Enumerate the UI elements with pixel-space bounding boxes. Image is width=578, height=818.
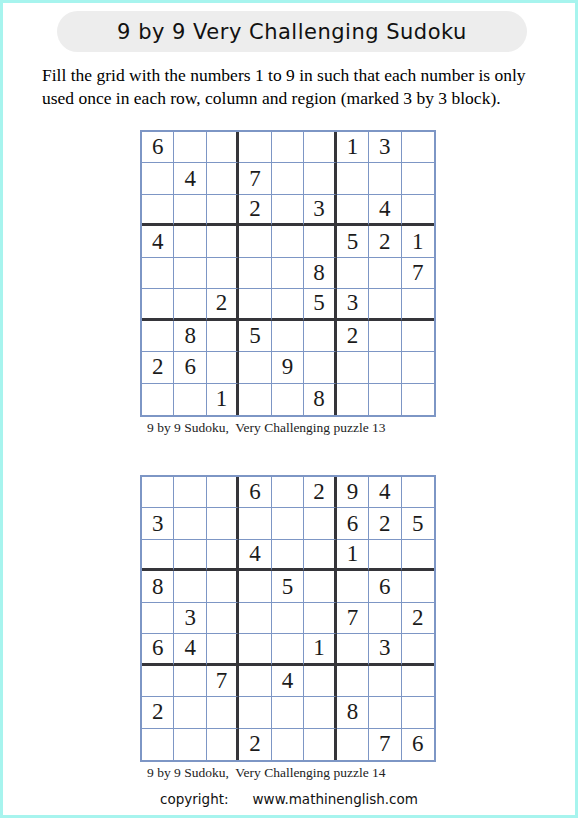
sudoku-cell-given: 1 [337, 540, 369, 571]
sudoku-cell-empty[interactable] [369, 697, 401, 728]
sudoku-cell-empty[interactable] [174, 384, 206, 415]
sudoku-cell-given: 9 [272, 352, 304, 383]
sudoku-cell-empty[interactable] [304, 571, 336, 602]
sudoku-cell-empty[interactable] [337, 666, 369, 697]
sudoku-cell-empty[interactable] [402, 289, 434, 320]
sudoku-cell-given: 5 [239, 321, 271, 352]
sudoku-cell-given: 1 [207, 384, 239, 415]
sudoku-cell-empty[interactable] [239, 634, 271, 665]
sudoku-cell-empty[interactable] [207, 258, 239, 289]
sudoku-cell-empty[interactable] [174, 697, 206, 728]
sudoku-cell-empty[interactable] [272, 540, 304, 571]
sudoku-cell-given: 6 [142, 634, 174, 665]
sudoku-cell-given: 4 [369, 477, 401, 508]
sudoku-cell-given: 2 [142, 697, 174, 728]
sudoku-cell-empty[interactable] [304, 132, 336, 163]
sudoku-cell-given: 2 [239, 195, 271, 226]
sudoku-cell-empty[interactable] [272, 226, 304, 257]
sudoku-cell-given: 2 [402, 603, 434, 634]
sudoku-cell-empty[interactable] [174, 132, 206, 163]
sudoku-cell-empty[interactable] [272, 258, 304, 289]
sudoku-cell-empty[interactable] [239, 258, 271, 289]
sudoku-cell-empty[interactable] [304, 729, 336, 760]
sudoku-cell-empty[interactable] [304, 352, 336, 383]
sudoku-cell-given: 5 [304, 289, 336, 320]
sudoku-cell-empty[interactable] [174, 258, 206, 289]
sudoku-cell-empty[interactable] [207, 508, 239, 539]
sudoku-grid-puzzle-13: 6134723445218725385226918 [140, 130, 436, 417]
instructions-line-2: used once in each row, column and region… [42, 87, 557, 110]
sudoku-cell-given: 9 [337, 477, 369, 508]
sudoku-cell-given: 6 [142, 132, 174, 163]
sudoku-cell-given: 6 [402, 729, 434, 760]
sudoku-cell-empty[interactable] [207, 603, 239, 634]
sudoku-cell-empty[interactable] [402, 352, 434, 383]
sudoku-cell-given: 6 [174, 352, 206, 383]
sudoku-cell-empty[interactable] [207, 729, 239, 760]
sudoku-cell-empty[interactable] [207, 697, 239, 728]
sudoku-cell-empty[interactable] [402, 384, 434, 415]
footer: copyright:www.mathinenglish.com [3, 791, 575, 807]
sudoku-cell-empty[interactable] [207, 195, 239, 226]
sudoku-cell-empty[interactable] [402, 321, 434, 352]
sudoku-cell-empty[interactable] [369, 289, 401, 320]
sudoku-cell-empty[interactable] [239, 697, 271, 728]
sudoku-cell-empty[interactable] [142, 195, 174, 226]
instructions-line-1: Fill the grid with the numbers 1 to 9 in… [42, 64, 557, 87]
sudoku-cell-empty[interactable] [142, 384, 174, 415]
sudoku-cell-empty[interactable] [239, 603, 271, 634]
sudoku-cell-empty[interactable] [142, 258, 174, 289]
sudoku-cell-given: 1 [304, 634, 336, 665]
site-url: www.mathinenglish.com [253, 791, 418, 807]
sudoku-cell-given: 3 [142, 508, 174, 539]
sudoku-cell-empty[interactable] [272, 289, 304, 320]
sudoku-cell-empty[interactable] [369, 603, 401, 634]
sudoku-cell-empty[interactable] [337, 729, 369, 760]
copyright-label: copyright: [160, 791, 229, 807]
sudoku-cell-empty[interactable] [402, 132, 434, 163]
sudoku-cell-given: 7 [337, 603, 369, 634]
sudoku-cell-given: 5 [337, 226, 369, 257]
sudoku-cell-empty[interactable] [304, 697, 336, 728]
sudoku-cell-empty[interactable] [337, 195, 369, 226]
sudoku-cell-empty[interactable] [272, 729, 304, 760]
sudoku-cell-given: 2 [142, 352, 174, 383]
sudoku-cell-empty[interactable] [304, 666, 336, 697]
sudoku-cell-empty[interactable] [272, 508, 304, 539]
sudoku-cell-empty[interactable] [304, 321, 336, 352]
sudoku-cell-empty[interactable] [402, 634, 434, 665]
sudoku-cell-empty[interactable] [402, 666, 434, 697]
sudoku-cell-empty[interactable] [402, 195, 434, 226]
sudoku-cell-empty[interactable] [304, 540, 336, 571]
sudoku-cell-empty[interactable] [207, 477, 239, 508]
sudoku-cell-given: 7 [239, 163, 271, 194]
sudoku-cell-given: 3 [337, 289, 369, 320]
sudoku-cell-given: 2 [337, 321, 369, 352]
sudoku-cell-given: 2 [207, 289, 239, 320]
sudoku-cell-empty[interactable] [142, 666, 174, 697]
sudoku-cell-given: 8 [337, 697, 369, 728]
sudoku-cell-given: 6 [337, 508, 369, 539]
sudoku-cell-given: 8 [142, 571, 174, 602]
sudoku-cell-empty[interactable] [207, 540, 239, 571]
sudoku-cell-empty[interactable] [272, 195, 304, 226]
sudoku-cell-empty[interactable] [272, 163, 304, 194]
sudoku-cell-empty[interactable] [142, 289, 174, 320]
sudoku-cell-empty[interactable] [174, 729, 206, 760]
sudoku-cell-empty[interactable] [272, 603, 304, 634]
sudoku-cell-given: 7 [369, 729, 401, 760]
sudoku-cell-empty[interactable] [174, 477, 206, 508]
sudoku-cell-empty[interactable] [207, 352, 239, 383]
sudoku-cell-empty[interactable] [369, 258, 401, 289]
sudoku-cell-empty[interactable] [207, 132, 239, 163]
sudoku-cell-empty[interactable] [239, 508, 271, 539]
sudoku-cell-empty[interactable] [337, 634, 369, 665]
sudoku-cell-empty[interactable] [142, 540, 174, 571]
sudoku-cell-empty[interactable] [239, 352, 271, 383]
page-title-pill: 9 by 9 Very Challenging Sudoku [57, 11, 527, 52]
sudoku-cell-given: 7 [402, 258, 434, 289]
sudoku-cell-given: 4 [142, 226, 174, 257]
sudoku-cell-empty[interactable] [304, 508, 336, 539]
sudoku-cell-given: 4 [272, 666, 304, 697]
sudoku-cell-given: 4 [174, 634, 206, 665]
sudoku-cell-empty[interactable] [369, 163, 401, 194]
sudoku-cell-empty[interactable] [272, 477, 304, 508]
sudoku-cell-empty[interactable] [207, 321, 239, 352]
sudoku-cell-empty[interactable] [304, 226, 336, 257]
sudoku-cell-empty[interactable] [369, 352, 401, 383]
sudoku-cell-given: 6 [369, 571, 401, 602]
sudoku-cell-empty[interactable] [337, 258, 369, 289]
sudoku-cell-empty[interactable] [272, 697, 304, 728]
sudoku-cell-empty[interactable] [239, 226, 271, 257]
sudoku-cell-given: 4 [239, 540, 271, 571]
sudoku-cell-given: 4 [174, 163, 206, 194]
sudoku-cell-empty[interactable] [239, 666, 271, 697]
sudoku-cell-empty[interactable] [272, 132, 304, 163]
sudoku-cell-empty[interactable] [142, 477, 174, 508]
sudoku-cell-empty[interactable] [239, 384, 271, 415]
sudoku-cell-empty[interactable] [337, 163, 369, 194]
sudoku-cell-empty[interactable] [369, 321, 401, 352]
sudoku-cell-empty[interactable] [272, 634, 304, 665]
sudoku-cell-given: 8 [304, 384, 336, 415]
sudoku-cell-empty[interactable] [207, 226, 239, 257]
sudoku-cell-given: 3 [304, 195, 336, 226]
sudoku-cell-given: 2 [369, 508, 401, 539]
sudoku-cell-empty[interactable] [304, 163, 336, 194]
sudoku-cell-given: 2 [369, 226, 401, 257]
sudoku-cell-empty[interactable] [304, 603, 336, 634]
sudoku-cell-empty[interactable] [337, 352, 369, 383]
sudoku-cell-empty[interactable] [239, 289, 271, 320]
sudoku-cell-empty[interactable] [207, 163, 239, 194]
sudoku-cell-empty[interactable] [272, 321, 304, 352]
sudoku-cell-empty[interactable] [239, 132, 271, 163]
sudoku-cell-given: 7 [207, 666, 239, 697]
sudoku-cell-given: 2 [239, 729, 271, 760]
sudoku-cell-given: 3 [174, 603, 206, 634]
sudoku-cell-empty[interactable] [142, 163, 174, 194]
instructions: Fill the grid with the numbers 1 to 9 in… [42, 64, 557, 110]
sudoku-cell-empty[interactable] [272, 384, 304, 415]
sudoku-grid-puzzle-14: 629436254185637264137428276 [140, 475, 436, 762]
sudoku-cell-empty[interactable] [174, 195, 206, 226]
sudoku-cell-empty[interactable] [239, 571, 271, 602]
sudoku-cell-empty[interactable] [174, 666, 206, 697]
sudoku-cell-given: 8 [304, 258, 336, 289]
sudoku-cell-empty[interactable] [207, 634, 239, 665]
sudoku-cell-given: 8 [174, 321, 206, 352]
sudoku-cell-empty[interactable] [174, 571, 206, 602]
sudoku-cell-empty[interactable] [369, 666, 401, 697]
sudoku-cell-given: 6 [239, 477, 271, 508]
sudoku-cell-empty[interactable] [174, 289, 206, 320]
sudoku-cell-given: 5 [272, 571, 304, 602]
sudoku-cell-empty[interactable] [174, 226, 206, 257]
sudoku-cell-empty[interactable] [402, 163, 434, 194]
sudoku-cell-empty[interactable] [369, 384, 401, 415]
sudoku-cell-given: 1 [337, 132, 369, 163]
sudoku-cell-empty[interactable] [174, 508, 206, 539]
sudoku-cell-given: 3 [369, 634, 401, 665]
sudoku-cell-given: 3 [369, 132, 401, 163]
sudoku-cell-empty[interactable] [337, 384, 369, 415]
puzzle-13-caption: 9 by 9 Sudoku, Very Challenging puzzle 1… [147, 420, 386, 436]
sudoku-cell-given: 5 [402, 508, 434, 539]
sudoku-cell-empty[interactable] [402, 697, 434, 728]
sudoku-cell-empty[interactable] [402, 477, 434, 508]
sudoku-cell-empty[interactable] [402, 540, 434, 571]
puzzle-14-caption: 9 by 9 Sudoku, Very Challenging puzzle 1… [147, 765, 386, 781]
sudoku-cell-given: 1 [402, 226, 434, 257]
sudoku-cell-empty[interactable] [337, 571, 369, 602]
sudoku-cell-empty[interactable] [174, 540, 206, 571]
sudoku-cell-empty[interactable] [142, 603, 174, 634]
sudoku-cell-empty[interactable] [207, 571, 239, 602]
sudoku-cell-empty[interactable] [142, 729, 174, 760]
page-title: 9 by 9 Very Challenging Sudoku [117, 20, 467, 44]
sudoku-cell-empty[interactable] [142, 321, 174, 352]
sudoku-cell-empty[interactable] [402, 571, 434, 602]
sudoku-cell-given: 2 [304, 477, 336, 508]
sudoku-cell-given: 4 [369, 195, 401, 226]
worksheet-page: 9 by 9 Very Challenging Sudoku Fill the … [0, 0, 578, 818]
sudoku-cell-empty[interactable] [369, 540, 401, 571]
